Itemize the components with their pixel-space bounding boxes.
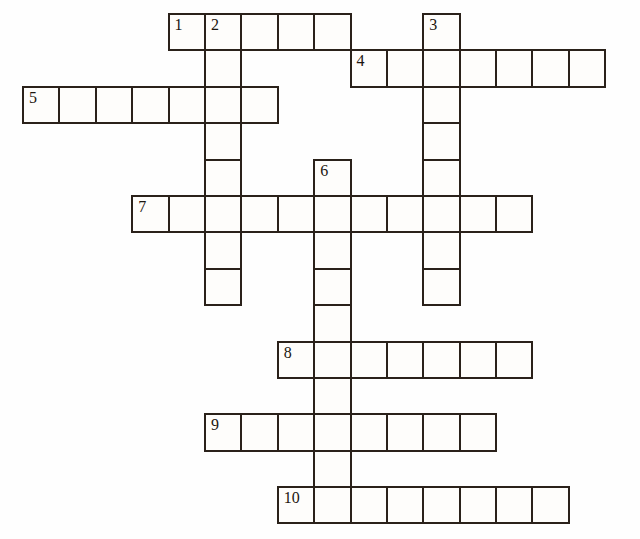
cell-r9-c12[interactable] [459,341,497,379]
cell-r5-c12[interactable] [459,195,497,233]
clue-number: 1 [175,16,183,34]
cell-r3-c5[interactable] [204,122,242,160]
cell-r5-c4[interactable] [168,195,206,233]
cell-r5-c7[interactable] [277,195,315,233]
cell-r6-c8[interactable] [313,231,351,269]
clue-number: 5 [29,89,37,107]
cell-r11-c11[interactable] [422,413,460,451]
cell-r11-c10[interactable] [386,413,424,451]
cell-r9-c10[interactable] [386,341,424,379]
cell-r13-c12[interactable] [459,486,497,524]
cell-r4-c5[interactable] [204,159,242,197]
cell-r0-c8[interactable] [313,13,351,51]
cell-r13-c11[interactable] [422,486,460,524]
cell-r13-c10[interactable] [386,486,424,524]
cell-r2-c4[interactable] [168,86,206,124]
clue-number: 4 [357,52,365,70]
cell-r5-c6[interactable] [240,195,278,233]
cell-r1-c14[interactable] [531,49,569,87]
cell-r0-c5[interactable]: 2 [204,13,242,51]
cell-r11-c12[interactable] [459,413,497,451]
crossword-board: 12345678910 [23,14,605,523]
cell-r2-c11[interactable] [422,86,460,124]
cell-r7-c8[interactable] [313,268,351,306]
cell-r11-c7[interactable] [277,413,315,451]
cell-r9-c7[interactable]: 8 [277,341,315,379]
clue-number: 9 [211,416,219,434]
cell-r11-c5[interactable]: 9 [204,413,242,451]
clue-number: 10 [284,489,300,507]
cell-r13-c9[interactable] [350,486,388,524]
cell-r12-c8[interactable] [313,450,351,488]
cell-r9-c9[interactable] [350,341,388,379]
cell-r2-c1[interactable] [58,86,96,124]
cell-r7-c5[interactable] [204,268,242,306]
cell-r13-c8[interactable] [313,486,351,524]
cell-r0-c4[interactable]: 1 [168,13,206,51]
clue-number: 3 [429,16,437,34]
cell-r13-c13[interactable] [495,486,533,524]
cell-r1-c9[interactable]: 4 [350,49,388,87]
cell-r11-c8[interactable] [313,413,351,451]
cell-r1-c10[interactable] [386,49,424,87]
crossword-page: 12345678910 [0,0,640,539]
cell-r5-c13[interactable] [495,195,533,233]
cell-r5-c11[interactable] [422,195,460,233]
cell-r9-c13[interactable] [495,341,533,379]
clue-number: 7 [138,198,146,216]
cell-r6-c11[interactable] [422,231,460,269]
cell-r11-c9[interactable] [350,413,388,451]
cell-r2-c6[interactable] [240,86,278,124]
clue-number: 2 [211,16,219,34]
cell-r5-c10[interactable] [386,195,424,233]
cell-r2-c5[interactable] [204,86,242,124]
cell-r7-c11[interactable] [422,268,460,306]
cell-r2-c2[interactable] [95,86,133,124]
cell-r5-c8[interactable] [313,195,351,233]
cell-r13-c14[interactable] [531,486,569,524]
cell-r9-c8[interactable] [313,341,351,379]
cell-r2-c0[interactable]: 5 [22,86,60,124]
cell-r1-c15[interactable] [568,49,606,87]
cell-r1-c12[interactable] [459,49,497,87]
cell-r0-c6[interactable] [240,13,278,51]
cell-r8-c8[interactable] [313,304,351,342]
cell-r10-c8[interactable] [313,377,351,415]
cell-r5-c5[interactable] [204,195,242,233]
cell-r9-c11[interactable] [422,341,460,379]
cell-r4-c8[interactable]: 6 [313,159,351,197]
cell-r3-c11[interactable] [422,122,460,160]
cell-r2-c3[interactable] [131,86,169,124]
cell-r1-c11[interactable] [422,49,460,87]
cell-r4-c11[interactable] [422,159,460,197]
cell-r1-c13[interactable] [495,49,533,87]
cell-r0-c11[interactable]: 3 [422,13,460,51]
cell-r1-c5[interactable] [204,49,242,87]
clue-number: 6 [320,162,328,180]
cell-r5-c9[interactable] [350,195,388,233]
cell-r0-c7[interactable] [277,13,315,51]
cell-r13-c7[interactable]: 10 [277,486,315,524]
clue-number: 8 [284,344,292,362]
cell-r11-c6[interactable] [240,413,278,451]
cell-r5-c3[interactable]: 7 [131,195,169,233]
cell-r6-c5[interactable] [204,231,242,269]
